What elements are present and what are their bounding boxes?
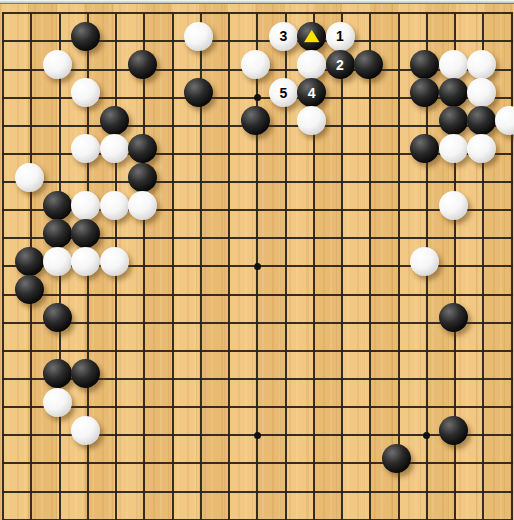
move-number-label: 4 (297, 78, 326, 107)
black-stone (354, 50, 383, 79)
move-number-label: 5 (269, 78, 298, 107)
star-point (254, 94, 261, 101)
white-stone (71, 416, 100, 445)
black-stone (297, 22, 326, 51)
move-number-label: 1 (326, 22, 355, 51)
grid-line-horizontal (2, 181, 513, 183)
black-stone (43, 303, 72, 332)
black-stone (71, 219, 100, 248)
black-stone (15, 275, 44, 304)
white-stone (410, 247, 439, 276)
white-stone (71, 191, 100, 220)
white-stone (71, 247, 100, 276)
white-stone (467, 134, 496, 163)
go-diagram: 31254 (0, 0, 514, 520)
white-stone (467, 50, 496, 79)
white-stone (467, 78, 496, 107)
star-point (254, 432, 261, 439)
grid-line-horizontal (2, 322, 513, 324)
star-point (423, 432, 430, 439)
white-stone: 1 (326, 22, 355, 51)
black-stone (439, 106, 468, 135)
black-stone: 4 (297, 78, 326, 107)
white-stone (43, 247, 72, 276)
go-board[interactable]: 31254 (0, 0, 514, 520)
grid-line-horizontal (2, 462, 513, 464)
white-stone (184, 22, 213, 51)
white-stone (100, 191, 129, 220)
white-stone (100, 247, 129, 276)
black-stone (128, 163, 157, 192)
white-stone (43, 50, 72, 79)
black-stone (128, 134, 157, 163)
white-stone: 3 (269, 22, 298, 51)
black-stone (439, 78, 468, 107)
black-stone (382, 444, 411, 473)
black-stone (467, 106, 496, 135)
white-stone (439, 191, 468, 220)
white-stone (128, 191, 157, 220)
white-stone (43, 388, 72, 417)
black-stone (100, 106, 129, 135)
white-stone (241, 50, 270, 79)
black-stone (15, 247, 44, 276)
grid-line-horizontal (2, 350, 513, 352)
black-stone (43, 191, 72, 220)
grid-line-horizontal (2, 491, 513, 493)
black-stone (71, 22, 100, 51)
white-stone (439, 50, 468, 79)
grid-line-horizontal (2, 406, 513, 408)
grid-line-horizontal (2, 294, 513, 296)
black-stone (241, 106, 270, 135)
triangle-marker (304, 30, 320, 43)
star-point (254, 263, 261, 270)
board-top-edge (0, 0, 514, 4)
grid-line-horizontal (2, 12, 513, 14)
move-number-label: 3 (269, 22, 298, 51)
black-stone (128, 50, 157, 79)
move-number-label: 2 (326, 50, 355, 79)
white-stone (15, 163, 44, 192)
black-stone: 2 (326, 50, 355, 79)
black-stone (439, 416, 468, 445)
black-stone (439, 303, 468, 332)
white-stone (439, 134, 468, 163)
white-stone (100, 134, 129, 163)
black-stone (43, 219, 72, 248)
white-stone: 5 (269, 78, 298, 107)
